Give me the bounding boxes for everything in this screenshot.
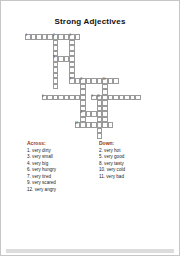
clue-item: 2. very hot (99, 149, 161, 154)
down-clues-section: Down: 2. very hot5. very good8. very tas… (99, 140, 161, 181)
page-footer-bar (6, 249, 174, 253)
clue-item: 10. very cold (99, 168, 161, 173)
clue-item: 7. very tired (27, 175, 89, 180)
clue-item: 5. very good (99, 155, 161, 160)
grid-cell[interactable] (75, 34, 81, 40)
down-clue-list: 2. very hot5. very good8. very tasty10. … (99, 149, 161, 180)
grid-cell[interactable] (97, 133, 103, 139)
crossword-grid: 123456789101112 (25, 34, 152, 139)
across-clue-list: 1. very dirty3. very small4. very big6. … (27, 149, 89, 193)
across-heading: Across: (27, 140, 89, 146)
clue-item: 4. very big (27, 162, 89, 167)
down-heading: Down: (99, 140, 161, 146)
clue-item: 12. very angry (27, 188, 89, 193)
grid-cell[interactable] (53, 84, 59, 90)
grid-cell[interactable] (108, 122, 114, 128)
page-title: Strong Adjectives (0, 17, 180, 26)
across-clues-section: Across: 1. very dirty3. very small4. ver… (27, 140, 89, 195)
grid-cell[interactable] (135, 95, 141, 101)
grid-cell[interactable] (113, 78, 119, 84)
clue-item: 6. very hungry (27, 168, 89, 173)
clue-item: 9. very scared (27, 181, 89, 186)
clue-item: 8. very tasty (99, 162, 161, 167)
clue-item: 11. very bad (99, 175, 161, 180)
clue-item: 1. very dirty (27, 149, 89, 154)
clue-item: 3. very small (27, 155, 89, 160)
